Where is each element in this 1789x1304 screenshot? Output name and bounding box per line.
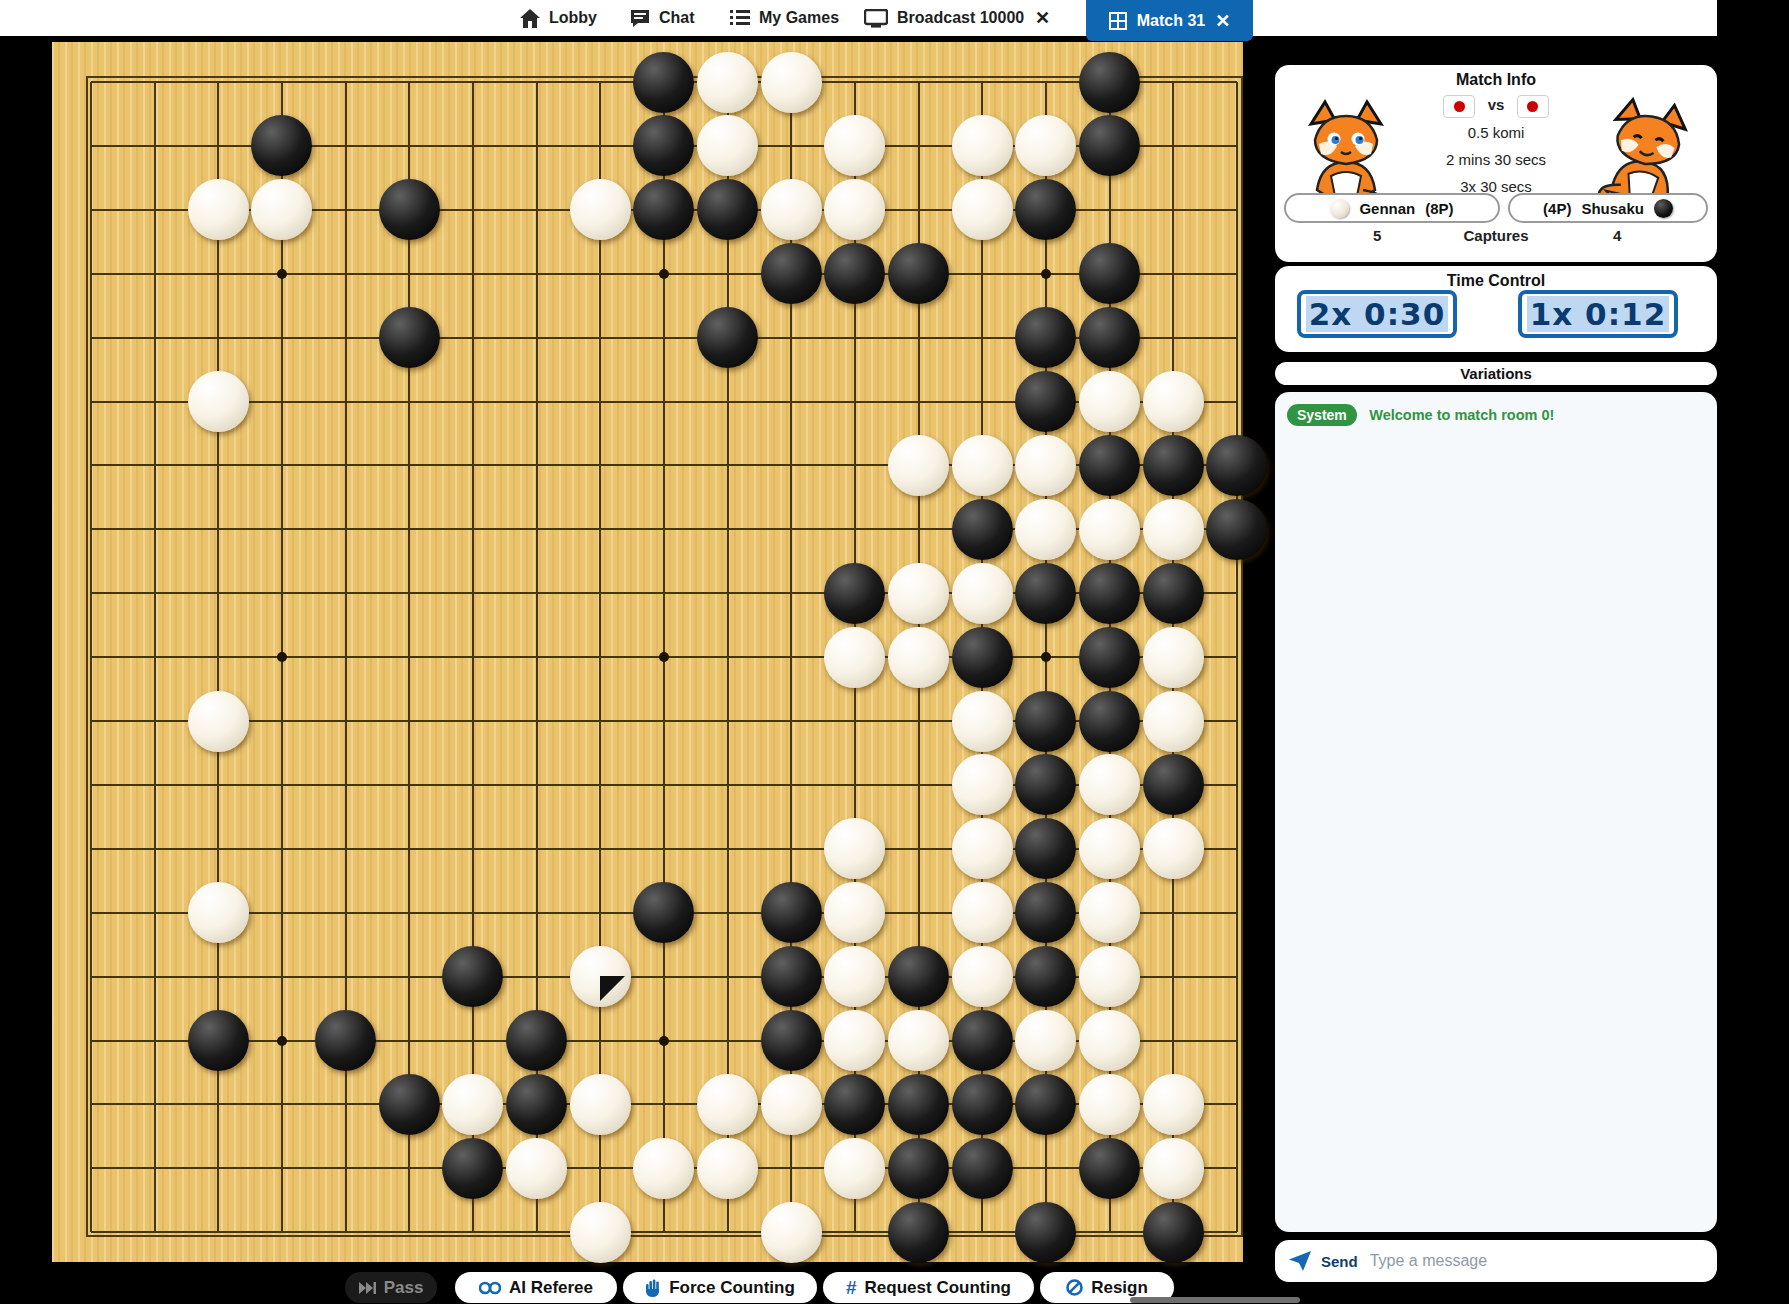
ai-referee-button[interactable]: AI Referee: [455, 1272, 617, 1303]
star-point: [277, 1036, 287, 1046]
black-stone: [633, 52, 694, 113]
nav-my-games-label: My Games: [759, 9, 839, 27]
black-stone: [1079, 435, 1140, 496]
black-stone: [379, 179, 440, 240]
black-stone: [1079, 691, 1140, 752]
white-stone: [188, 179, 249, 240]
request-counting-label: Request Counting: [865, 1278, 1011, 1298]
japan-flag-icon: [1517, 95, 1549, 118]
hand-icon: [645, 1279, 661, 1297]
chat-panel: System Welcome to match room 0!: [1275, 392, 1717, 1232]
white-stone: [888, 435, 949, 496]
white-stone: [952, 882, 1013, 943]
black-stone: [952, 627, 1013, 688]
black-stone: [761, 243, 822, 304]
white-stone: [570, 179, 631, 240]
white-stone: [1079, 1074, 1140, 1135]
white-stone: [761, 179, 822, 240]
star-point: [659, 1036, 669, 1046]
white-stone: [952, 563, 1013, 624]
black-stone: [1206, 435, 1267, 496]
white-stone: [888, 627, 949, 688]
nav-broadcast[interactable]: Broadcast 10000: [864, 0, 1024, 36]
nav-lobby-label: Lobby: [549, 9, 597, 27]
send-icon[interactable]: [1289, 1251, 1311, 1271]
japan-flag-icon: [1443, 95, 1475, 118]
star-point: [277, 269, 287, 279]
variations-title: Variations: [1275, 362, 1717, 385]
black-stone: [888, 946, 949, 1007]
white-stone: [761, 1202, 822, 1263]
black-stone: [1079, 627, 1140, 688]
black-stone: [888, 1202, 949, 1263]
black-clock: 1x 0:12: [1518, 290, 1678, 338]
white-stone: [1143, 818, 1204, 879]
system-badge: System: [1287, 404, 1357, 426]
force-counting-button[interactable]: Force Counting: [623, 1272, 817, 1303]
white-stone: [1143, 371, 1204, 432]
black-stone: [888, 1138, 949, 1199]
black-stone: [442, 1138, 503, 1199]
black-stone: [1015, 563, 1076, 624]
white-stone: [952, 179, 1013, 240]
nav-lobby[interactable]: Lobby: [520, 0, 597, 36]
white-stone: [888, 563, 949, 624]
black-stone: [952, 1010, 1013, 1071]
white-stone: [1143, 1074, 1204, 1135]
black-stone: [1143, 1202, 1204, 1263]
player2-captures: 4: [1613, 227, 1621, 244]
black-stone: [761, 946, 822, 1007]
white-stone: [633, 1138, 694, 1199]
tab-close-icon[interactable]: ✕: [1215, 12, 1230, 30]
go-board-icon: [1109, 12, 1127, 30]
chat-message-row: System Welcome to match room 0!: [1275, 392, 1717, 426]
chat-send-bar: Send: [1275, 1240, 1717, 1282]
broadcast-close-icon[interactable]: ✕: [1035, 0, 1050, 36]
white-stone: [188, 691, 249, 752]
black-stone: [1015, 691, 1076, 752]
nav-chat[interactable]: Chat: [630, 0, 695, 36]
white-clock-value: 2x 0:30: [1306, 296, 1448, 332]
black-stone: [1079, 563, 1140, 624]
hash-icon: #: [846, 1277, 857, 1299]
home-icon: [520, 9, 540, 28]
white-stone: [824, 627, 885, 688]
chat-bubble-icon: [630, 9, 650, 28]
black-stone: [1015, 1074, 1076, 1135]
star-point: [1041, 652, 1051, 662]
black-stone: [1143, 563, 1204, 624]
white-stone: [824, 1010, 885, 1071]
black-stone: [506, 1010, 567, 1071]
black-stone: [1079, 52, 1140, 113]
player1-name: Gennan: [1359, 200, 1415, 217]
nav-broadcast-label: Broadcast 10000: [897, 9, 1024, 27]
black-stone: [1143, 435, 1204, 496]
white-stone: [761, 52, 822, 113]
white-stone: [1079, 1010, 1140, 1071]
white-stone: [188, 882, 249, 943]
list-icon: [730, 10, 750, 26]
white-stone: [506, 1138, 567, 1199]
black-stone: [761, 882, 822, 943]
nav-chat-label: Chat: [659, 9, 695, 27]
last-move-marker: [599, 975, 626, 1002]
chat-message-input[interactable]: [1368, 1251, 1672, 1271]
white-stone: [697, 1074, 758, 1135]
white-stone: [824, 1138, 885, 1199]
black-stone: [697, 179, 758, 240]
white-stone: [188, 371, 249, 432]
nav-my-games[interactable]: My Games: [730, 0, 839, 36]
resign-label: Resign: [1091, 1278, 1148, 1298]
player2-name: Shusaku: [1581, 200, 1644, 217]
skip-icon: [359, 1282, 376, 1294]
white-stone: [1079, 754, 1140, 815]
star-point: [277, 652, 287, 662]
player2-rank: (4P): [1543, 200, 1571, 217]
top-nav-bar: Lobby Chat My Games Broadcast 10000 ✕: [0, 0, 1717, 36]
flags-row: vs: [1407, 95, 1585, 118]
black-stone: [188, 1010, 249, 1071]
white-stone: [888, 1010, 949, 1071]
white-stone: [1015, 1010, 1076, 1071]
black-stone: [888, 1074, 949, 1135]
white-stone: [952, 115, 1013, 176]
time-control-card: Time Control 2x 0:30 1x 0:12: [1275, 266, 1717, 352]
player1-captures: 5: [1373, 227, 1381, 244]
star-point: [1041, 269, 1051, 279]
white-stone: [952, 435, 1013, 496]
black-stone: [824, 563, 885, 624]
white-stone: [697, 52, 758, 113]
black-stone: [506, 1074, 567, 1135]
player1-pill[interactable]: Gennan (8P): [1284, 193, 1500, 223]
black-stone-icon: [1654, 199, 1673, 218]
black-stone: [1206, 499, 1267, 560]
black-stone: [1079, 243, 1140, 304]
black-stone: [697, 307, 758, 368]
black-stone: [1079, 1138, 1140, 1199]
time-control-title: Time Control: [1275, 266, 1717, 290]
white-stone: [1079, 371, 1140, 432]
go-board[interactable]: [52, 42, 1243, 1262]
white-stone: [697, 1138, 758, 1199]
black-stone: [952, 1074, 1013, 1135]
tab-match-label: Match 31: [1137, 12, 1205, 30]
black-clock-value: 1x 0:12: [1527, 296, 1669, 332]
horizontal-scrollbar[interactable]: [1130, 1297, 1300, 1303]
black-stone: [952, 499, 1013, 560]
black-stone: [379, 307, 440, 368]
white-stone: [1079, 882, 1140, 943]
white-stone: [1015, 435, 1076, 496]
white-stone: [442, 1074, 503, 1135]
white-stone: [952, 754, 1013, 815]
white-stone: [952, 691, 1013, 752]
white-clock: 2x 0:30: [1297, 290, 1457, 338]
black-stone: [888, 243, 949, 304]
black-stone: [824, 1074, 885, 1135]
resign-icon: [1066, 1279, 1083, 1296]
black-stone: [1079, 307, 1140, 368]
white-stone: [761, 1074, 822, 1135]
system-message: Welcome to match room 0!: [1369, 407, 1554, 423]
white-stone: [570, 1074, 631, 1135]
white-stone: [952, 946, 1013, 1007]
send-button[interactable]: Send: [1321, 1253, 1358, 1270]
player1-rank: (8P): [1425, 200, 1453, 217]
black-stone: [761, 1010, 822, 1071]
komi-label: 0.5 komi: [1407, 124, 1585, 141]
request-counting-button[interactable]: # Request Counting: [823, 1272, 1034, 1303]
white-stone: [570, 946, 631, 1007]
vs-label: vs: [1480, 96, 1513, 113]
variations-bar[interactable]: Variations: [1275, 362, 1717, 385]
white-stone: [1079, 818, 1140, 879]
black-stone: [1015, 371, 1076, 432]
pass-label: Pass: [384, 1278, 424, 1298]
star-point: [659, 269, 669, 279]
black-stone: [1079, 115, 1140, 176]
white-stone-icon: [1330, 199, 1349, 218]
white-stone: [1079, 499, 1140, 560]
white-stone: [1143, 499, 1204, 560]
white-stone: [1143, 627, 1204, 688]
black-stone: [1143, 754, 1204, 815]
pass-button[interactable]: Pass: [345, 1272, 437, 1303]
star-point: [659, 652, 669, 662]
black-stone: [1015, 1202, 1076, 1263]
force-counting-label: Force Counting: [669, 1278, 795, 1298]
white-stone: [570, 1202, 631, 1263]
white-stone: [1079, 946, 1140, 1007]
tab-match-31[interactable]: Match 31 ✕: [1086, 0, 1253, 41]
white-stone: [952, 818, 1013, 879]
referee-glasses-icon: [479, 1280, 501, 1295]
match-info-card: Match Info: [1275, 65, 1717, 262]
black-stone: [952, 1138, 1013, 1199]
captures-label: Captures: [1463, 227, 1529, 244]
fox-go-app: Lobby Chat My Games Broadcast 10000 ✕ Ma…: [0, 0, 1789, 1304]
player2-pill[interactable]: (4P) Shusaku: [1508, 193, 1708, 223]
match-info-title: Match Info: [1275, 65, 1717, 89]
main-time-label: 2 mins 30 secs: [1407, 151, 1585, 168]
white-stone: [1015, 499, 1076, 560]
black-stone: [379, 1074, 440, 1135]
ai-referee-label: AI Referee: [509, 1278, 593, 1298]
white-stone: [1143, 1138, 1204, 1199]
monitor-icon: [864, 9, 888, 28]
white-stone: [1143, 691, 1204, 752]
black-stone: [315, 1010, 376, 1071]
